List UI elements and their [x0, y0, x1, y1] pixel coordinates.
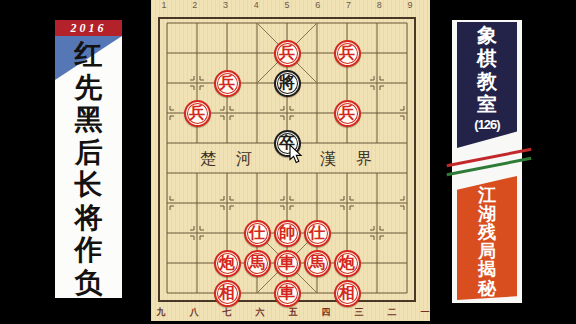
series-char-5: 秘	[478, 279, 496, 298]
series-char-2: 残	[478, 223, 496, 242]
piece-red-相[interactable]: 相	[334, 280, 361, 307]
series-char-0: 江	[478, 186, 496, 205]
series-title-vertical: 江湖残局揭秘	[478, 186, 496, 297]
piece-red-車[interactable]: 車	[274, 280, 301, 307]
piece-red-兵[interactable]: 兵	[334, 40, 361, 67]
series-char-4: 揭	[478, 260, 496, 279]
program-title-vertical: 象棋教室	[477, 24, 497, 116]
program-title-panel: 象棋教室 (126)	[457, 22, 517, 148]
program-char-2: 教	[477, 70, 497, 93]
piece-red-兵[interactable]: 兵	[214, 70, 241, 97]
green-stripe-decoration	[447, 157, 532, 176]
board-panel: 123456789 九八七六五四三二一 楚河 漢界 兵兵兵將兵兵卒仕帥仕炮馬車馬…	[151, 0, 430, 321]
piece-red-馬[interactable]: 馬	[304, 250, 331, 277]
episode-number: (126)	[474, 117, 499, 132]
series-char-1: 湖	[478, 205, 496, 224]
title-char-6: 作	[75, 236, 103, 264]
series-title-panel: 江湖残局揭秘	[457, 176, 517, 300]
piece-red-馬[interactable]: 馬	[244, 250, 271, 277]
piece-red-仕[interactable]: 仕	[244, 220, 271, 247]
xiangqi-board-grid[interactable]: 兵兵兵將兵兵卒仕帥仕炮馬車馬炮相車相	[152, 8, 422, 308]
left-banner: 2016 红先黑后长将作负	[55, 20, 122, 298]
title-char-4: 长	[75, 171, 103, 199]
piece-red-兵[interactable]: 兵	[274, 40, 301, 67]
program-char-3: 室	[477, 93, 497, 116]
series-char-3: 局	[478, 242, 496, 261]
title-char-1: 先	[75, 74, 103, 102]
piece-black-將[interactable]: 將	[274, 70, 301, 97]
piece-red-車[interactable]: 車	[274, 250, 301, 277]
title-char-3: 后	[75, 139, 103, 167]
piece-red-炮[interactable]: 炮	[214, 250, 241, 277]
title-char-0: 红	[75, 41, 103, 69]
mouse-cursor-icon	[289, 144, 303, 164]
year-band: 2016	[55, 20, 122, 36]
piece-red-兵[interactable]: 兵	[184, 100, 211, 127]
title-char-2: 黑	[75, 106, 103, 134]
right-banner: 象棋教室 (126) 江湖残局揭秘	[452, 20, 522, 303]
piece-red-炮[interactable]: 炮	[334, 250, 361, 277]
program-char-0: 象	[477, 24, 497, 47]
title-char-7: 负	[75, 269, 103, 297]
title-char-5: 将	[75, 204, 103, 232]
program-char-1: 棋	[477, 47, 497, 70]
puzzle-title-vertical: 红先黑后长将作负	[55, 41, 122, 297]
piece-red-兵[interactable]: 兵	[334, 100, 361, 127]
piece-red-相[interactable]: 相	[214, 280, 241, 307]
piece-red-帥[interactable]: 帥	[274, 220, 301, 247]
piece-red-仕[interactable]: 仕	[304, 220, 331, 247]
